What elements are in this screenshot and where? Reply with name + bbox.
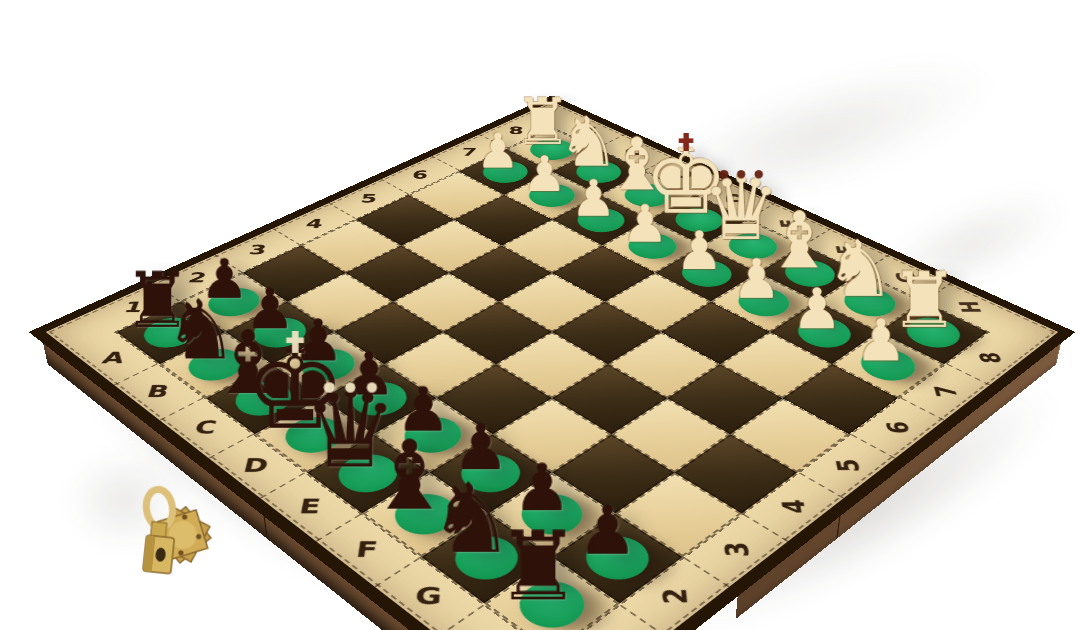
square-f5[interactable]	[608, 332, 720, 398]
coordinate-text: A	[575, 127, 600, 135]
coordinate-text: E	[775, 219, 804, 227]
coordinate-text: 6	[880, 421, 916, 433]
coordinate-text: F	[831, 245, 861, 254]
coordinate-text: A	[100, 349, 127, 367]
coordinate-text: C	[670, 171, 697, 179]
coordinate-text: 8	[509, 125, 524, 137]
coordinate-text: 7	[461, 146, 477, 158]
king-cross-accent	[678, 133, 693, 152]
coordinate-text: 3	[718, 542, 756, 557]
board-grid: ♜♞♝♚♛♝♞♜♟♟♟♟♟♟♟♟♟♟♟♟♟♟♟♟♜♞♝♚♛♝♞♜	[114, 127, 991, 630]
coordinate-text: B	[145, 382, 172, 401]
brass-clasp	[122, 481, 225, 602]
coordinate-text: 2	[656, 588, 694, 604]
king-cross-accent	[285, 331, 303, 354]
piece-glyph: ♟	[622, 198, 669, 250]
piece-glyph: ♟	[577, 497, 638, 565]
coordinate-text: D	[721, 194, 749, 204]
piece-glyph: ♟	[732, 252, 781, 307]
fold-seam-right	[836, 499, 843, 539]
coordinate-text: 7	[928, 386, 963, 398]
piece-glyph: ♟	[791, 281, 841, 337]
piece-glyph: ♟	[675, 224, 723, 277]
coordinate-text: 5	[359, 192, 377, 205]
coordinate-text: E	[297, 495, 322, 518]
coordinate-text: B	[622, 148, 648, 156]
queen-orbs-accent	[719, 170, 763, 180]
fold-seam-front	[261, 499, 268, 539]
coordinate-text: 6	[412, 168, 429, 181]
coordinate-text: 3	[247, 242, 268, 257]
coordinate-text: F	[355, 537, 380, 562]
coordinate-text: 4	[305, 217, 325, 231]
coordinate-text: C	[192, 417, 218, 437]
piece-glyph: ♟	[855, 312, 907, 370]
coordinate-text: G	[414, 583, 443, 609]
coordinate-text: 8	[973, 352, 1008, 363]
piece-glyph: ♜	[495, 519, 580, 614]
coordinate-text: 4	[776, 499, 813, 513]
coordinate-text: D	[241, 455, 270, 477]
piece-glyph: ♟	[571, 173, 616, 224]
piece-glyph: ♟	[522, 149, 566, 198]
coordinate-text: H	[954, 301, 988, 313]
coordinate-text: 5	[830, 459, 867, 472]
photo-backdrop: { "game": "chess", "scene_description": …	[0, 0, 1080, 630]
queen-orbs-accent	[323, 382, 376, 395]
